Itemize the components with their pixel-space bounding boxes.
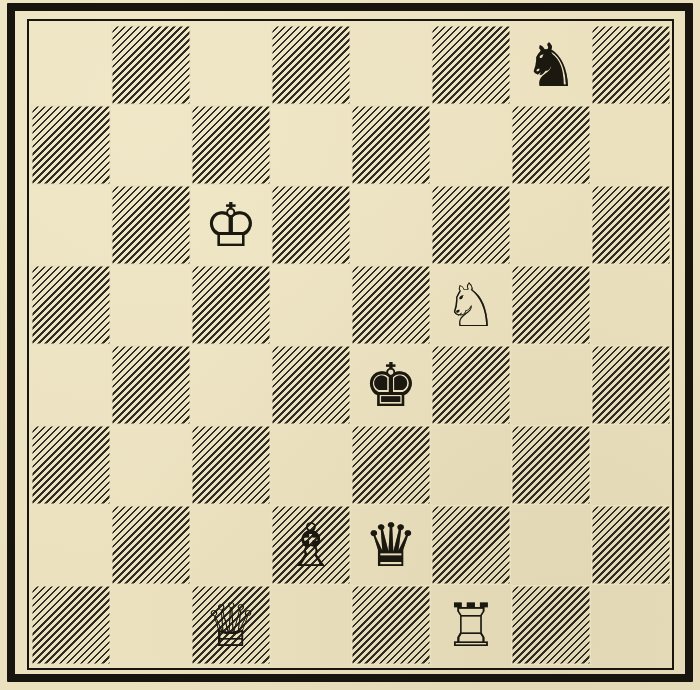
square-f7[interactable] [431,105,511,185]
square-f6[interactable] [431,185,511,265]
square-b1[interactable] [111,585,191,665]
square-a2[interactable] [31,505,111,585]
square-g3[interactable] [511,425,591,505]
square-e6[interactable] [351,185,431,265]
square-e3[interactable] [351,425,431,505]
square-a5[interactable] [31,265,111,345]
square-h3[interactable] [591,425,671,505]
white-queen[interactable]: ♕ [204,585,258,665]
square-b5[interactable] [111,265,191,345]
square-a4[interactable] [31,345,111,425]
square-d4[interactable] [271,345,351,425]
square-g7[interactable] [511,105,591,185]
square-e8[interactable] [351,25,431,105]
square-h6[interactable] [591,185,671,265]
square-c8[interactable] [191,25,271,105]
square-h4[interactable] [591,345,671,425]
white-rook[interactable]: ♖ [444,585,498,665]
square-c1[interactable]: ♕ [191,585,271,665]
square-a7[interactable] [31,105,111,185]
white-king[interactable]: ♔ [204,185,258,265]
square-a3[interactable] [31,425,111,505]
chessboard: ♞♔♘♚♗♛♕♖ [31,25,671,665]
square-c2[interactable] [191,505,271,585]
square-e7[interactable] [351,105,431,185]
square-a8[interactable] [31,25,111,105]
square-d7[interactable] [271,105,351,185]
square-h5[interactable] [591,265,671,345]
square-d6[interactable] [271,185,351,265]
square-a6[interactable] [31,185,111,265]
square-e5[interactable] [351,265,431,345]
black-king[interactable]: ♚ [364,345,418,425]
square-g4[interactable] [511,345,591,425]
square-d2[interactable]: ♗ [271,505,351,585]
square-a1[interactable] [31,585,111,665]
square-h7[interactable] [591,105,671,185]
square-g5[interactable] [511,265,591,345]
page-background: ♞♔♘♚♗♛♕♖ [0,0,700,690]
square-d3[interactable] [271,425,351,505]
square-b6[interactable] [111,185,191,265]
square-c6[interactable]: ♔ [191,185,271,265]
white-knight[interactable]: ♘ [444,265,498,345]
square-e4[interactable]: ♚ [351,345,431,425]
square-e2[interactable]: ♛ [351,505,431,585]
square-g8[interactable]: ♞ [511,25,591,105]
square-h2[interactable] [591,505,671,585]
square-c3[interactable] [191,425,271,505]
square-g2[interactable] [511,505,591,585]
square-g6[interactable] [511,185,591,265]
square-c4[interactable] [191,345,271,425]
square-b3[interactable] [111,425,191,505]
square-d8[interactable] [271,25,351,105]
square-f5[interactable]: ♘ [431,265,511,345]
square-c7[interactable] [191,105,271,185]
square-d5[interactable] [271,265,351,345]
black-knight[interactable]: ♞ [524,25,578,105]
black-queen[interactable]: ♛ [364,505,418,585]
square-e1[interactable] [351,585,431,665]
square-h1[interactable] [591,585,671,665]
square-f4[interactable] [431,345,511,425]
square-f2[interactable] [431,505,511,585]
square-b2[interactable] [111,505,191,585]
square-f1[interactable]: ♖ [431,585,511,665]
square-b7[interactable] [111,105,191,185]
square-d1[interactable] [271,585,351,665]
square-f3[interactable] [431,425,511,505]
square-f8[interactable] [431,25,511,105]
square-g1[interactable] [511,585,591,665]
square-h8[interactable] [591,25,671,105]
square-b4[interactable] [111,345,191,425]
square-b8[interactable] [111,25,191,105]
square-c5[interactable] [191,265,271,345]
white-bishop[interactable]: ♗ [284,505,338,585]
